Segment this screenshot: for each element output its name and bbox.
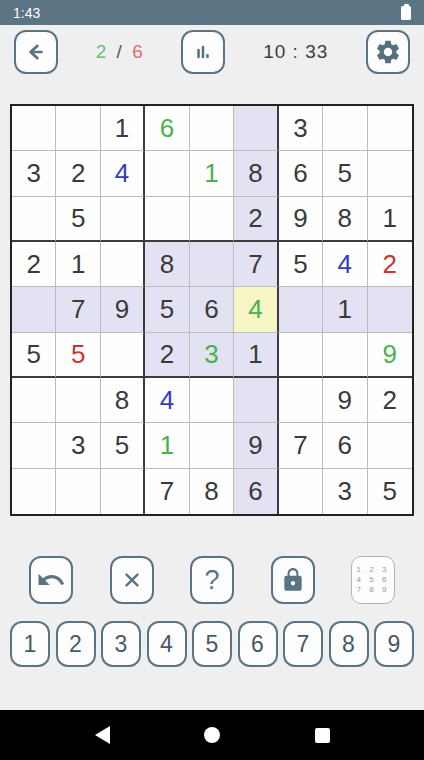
cell-r7c8[interactable]: 9: [323, 378, 367, 423]
num-button-1[interactable]: 1: [10, 621, 50, 667]
cell-r2c6[interactable]: 8: [234, 151, 278, 196]
cell-r9c4[interactable]: 7: [145, 469, 189, 514]
erase-button[interactable]: [110, 556, 154, 604]
cell-r4c9[interactable]: 2: [368, 242, 412, 287]
cell-r2c4[interactable]: [145, 151, 189, 196]
cell-r9c9[interactable]: 5: [368, 469, 412, 514]
cell-r9c8[interactable]: 3: [323, 469, 367, 514]
notes-button[interactable]: 1 2 3 4 5 6 7 8 9: [351, 556, 395, 604]
cell-r8c7[interactable]: 7: [279, 423, 323, 468]
mistakes-count: 6: [132, 41, 144, 62]
undo-button[interactable]: [29, 556, 73, 604]
nav-recents-icon[interactable]: [315, 728, 330, 743]
status-bar: 1:43: [0, 0, 424, 25]
cell-r3c4[interactable]: [145, 197, 189, 242]
cell-r2c7[interactable]: 6: [279, 151, 323, 196]
cell-r5c8[interactable]: 1: [323, 287, 367, 332]
arrow-left-icon: [21, 37, 51, 67]
spacer: [0, 667, 424, 710]
x-cross-icon: [117, 565, 147, 595]
cell-r1c9[interactable]: [368, 106, 412, 151]
question-mark-icon: ?: [204, 565, 219, 596]
cell-r3c6[interactable]: 2: [234, 197, 278, 242]
num-button-5[interactable]: 5: [192, 621, 232, 667]
cell-r6c1[interactable]: 5: [12, 333, 56, 378]
cell-r5c4[interactable]: 5: [145, 287, 189, 332]
cell-r6c2[interactable]: 5: [56, 333, 100, 378]
battery-icon: [401, 6, 411, 20]
cell-r3c7[interactable]: 9: [279, 197, 323, 242]
header: 2 / 6 10 : 33: [0, 30, 424, 74]
cell-r2c3[interactable]: 4: [101, 151, 145, 196]
cell-r5c6[interactable]: 4: [234, 287, 278, 332]
cell-r5c7[interactable]: [279, 287, 323, 332]
score-separator: /: [114, 41, 126, 62]
score-counter: 2 / 6: [96, 41, 144, 63]
cell-r8c9[interactable]: [368, 423, 412, 468]
number-pad: 123456789: [0, 621, 424, 667]
cell-r5c9[interactable]: [368, 287, 412, 332]
cell-r6c9[interactable]: 9: [368, 333, 412, 378]
cell-r8c5[interactable]: [190, 423, 234, 468]
cell-r9c3[interactable]: [101, 469, 145, 514]
cell-r2c8[interactable]: 5: [323, 151, 367, 196]
cell-r7c1[interactable]: [12, 378, 56, 423]
nav-back-icon[interactable]: [95, 726, 110, 744]
cell-r6c5[interactable]: 3: [190, 333, 234, 378]
cell-r9c1[interactable]: [12, 469, 56, 514]
cell-r4c2[interactable]: 1: [56, 242, 100, 287]
cell-r4c4[interactable]: 8: [145, 242, 189, 287]
num-button-7[interactable]: 7: [283, 621, 323, 667]
hint-button[interactable]: ?: [190, 556, 234, 604]
num-button-8[interactable]: 8: [329, 621, 369, 667]
stats-button[interactable]: [181, 30, 225, 74]
cell-r1c7[interactable]: 3: [279, 106, 323, 151]
cell-r6c4[interactable]: 2: [145, 333, 189, 378]
cell-r9c2[interactable]: [56, 469, 100, 514]
cell-r7c9[interactable]: 2: [368, 378, 412, 423]
cell-r7c3[interactable]: 8: [101, 378, 145, 423]
cell-r8c8[interactable]: 6: [323, 423, 367, 468]
cell-r9c7[interactable]: [279, 469, 323, 514]
cell-r2c5[interactable]: 1: [190, 151, 234, 196]
gear-icon: [374, 38, 402, 66]
cell-r5c2[interactable]: 7: [56, 287, 100, 332]
bar-chart-icon: [189, 38, 217, 66]
cell-r2c2[interactable]: 2: [56, 151, 100, 196]
undo-arrow-icon: [36, 565, 66, 595]
cell-r1c6[interactable]: [234, 106, 278, 151]
cell-r4c7[interactable]: 5: [279, 242, 323, 287]
hints-count: 2: [96, 41, 108, 62]
num-button-9[interactable]: 9: [374, 621, 414, 667]
cell-r8c6[interactable]: 9: [234, 423, 278, 468]
cell-r2c1[interactable]: 3: [12, 151, 56, 196]
cell-r3c9[interactable]: 1: [368, 197, 412, 242]
cell-r5c5[interactable]: 6: [190, 287, 234, 332]
android-nav-bar: [0, 710, 424, 760]
cell-r3c1[interactable]: [12, 197, 56, 242]
cell-r1c5[interactable]: [190, 106, 234, 151]
cell-r7c2[interactable]: [56, 378, 100, 423]
cell-r5c1[interactable]: [12, 287, 56, 332]
cell-r5c3[interactable]: 9: [101, 287, 145, 332]
clock-text: 1:43: [13, 5, 40, 21]
cell-r9c6[interactable]: 6: [234, 469, 278, 514]
padlock-icon: [280, 567, 306, 593]
cell-r1c4[interactable]: 6: [145, 106, 189, 151]
cell-r3c2[interactable]: 5: [56, 197, 100, 242]
nav-home-icon[interactable]: [204, 727, 220, 743]
cell-r1c3[interactable]: 1: [101, 106, 145, 151]
lock-button[interactable]: [271, 556, 315, 604]
num-button-6[interactable]: 6: [238, 621, 278, 667]
cell-r3c8[interactable]: 8: [323, 197, 367, 242]
settings-button[interactable]: [366, 30, 410, 74]
back-button[interactable]: [14, 30, 58, 74]
cell-r7c4[interactable]: 4: [145, 378, 189, 423]
cell-r8c2[interactable]: 3: [56, 423, 100, 468]
cell-r2c9[interactable]: [368, 151, 412, 196]
cell-r6c6[interactable]: 1: [234, 333, 278, 378]
cell-r1c1[interactable]: [12, 106, 56, 151]
cell-r8c4[interactable]: 1: [145, 423, 189, 468]
cell-r6c7[interactable]: [279, 333, 323, 378]
cell-r4c5[interactable]: [190, 242, 234, 287]
cell-r6c3[interactable]: [101, 333, 145, 378]
cell-r7c5[interactable]: [190, 378, 234, 423]
toolbar: ? 1 2 3 4 5 6 7 8 9: [0, 556, 424, 604]
cell-r4c1[interactable]: 2: [12, 242, 56, 287]
cell-r7c7[interactable]: [279, 378, 323, 423]
num-button-2[interactable]: 2: [56, 621, 96, 667]
cell-r1c8[interactable]: [323, 106, 367, 151]
cell-r8c1[interactable]: [12, 423, 56, 468]
sudoku-board: 1633241865529812187542795641552319849235…: [10, 104, 414, 516]
notes-grid-icon: 1 2 3: [357, 565, 390, 575]
num-button-3[interactable]: 3: [101, 621, 141, 667]
cell-r7c6[interactable]: [234, 378, 278, 423]
cell-r3c3[interactable]: [101, 197, 145, 242]
cell-r4c6[interactable]: 7: [234, 242, 278, 287]
cell-r6c8[interactable]: [323, 333, 367, 378]
game-timer: 10 : 33: [263, 41, 328, 63]
cell-r4c3[interactable]: [101, 242, 145, 287]
cell-r3c5[interactable]: [190, 197, 234, 242]
cell-r4c8[interactable]: 4: [323, 242, 367, 287]
cell-r8c3[interactable]: 5: [101, 423, 145, 468]
cell-r9c5[interactable]: 8: [190, 469, 234, 514]
num-button-4[interactable]: 4: [147, 621, 187, 667]
cell-r1c2[interactable]: [56, 106, 100, 151]
